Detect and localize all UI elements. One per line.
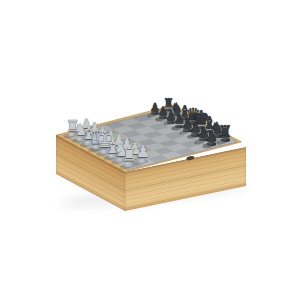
box-seam [125,165,246,191]
chess-set-photo: ♜♞♝♛♚♝♞♜♟♟♟♟♟♟♟♟♟♟♟♟♟♟♟♟♜♞♝♛♚♝♞♜ [0,0,300,300]
